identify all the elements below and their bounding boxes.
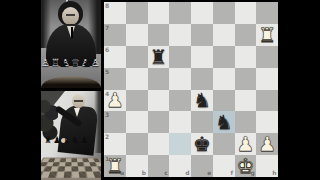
square-a7[interactable]: 7: [104, 24, 126, 46]
square-c2[interactable]: [148, 133, 170, 155]
square-d1[interactable]: d: [169, 155, 191, 177]
square-d8[interactable]: [169, 2, 191, 24]
square-c3[interactable]: [148, 111, 170, 133]
piece-black-knight-f3[interactable]: ♞: [213, 111, 235, 133]
square-h3[interactable]: [256, 111, 278, 133]
square-d7[interactable]: [169, 24, 191, 46]
file-label-h: h: [272, 170, 276, 176]
piece-white-rook-h7[interactable]: ♜: [256, 24, 278, 46]
piece-black-knight-e4[interactable]: ♞: [191, 90, 213, 112]
square-a3[interactable]: 3: [104, 111, 126, 133]
file-label-c: c: [164, 170, 168, 176]
chessboard: 87♜6♜54♟♞3♞2♚♟♟1a♜bcdefg♚h: [104, 2, 278, 177]
square-c7[interactable]: [148, 24, 170, 46]
square-b4[interactable]: [126, 90, 148, 112]
piece-black-king-e2[interactable]: ♚: [191, 133, 213, 155]
square-f5[interactable]: [213, 68, 235, 90]
square-c5[interactable]: [148, 68, 170, 90]
square-b2[interactable]: [126, 133, 148, 155]
photo-chessboard: [41, 157, 101, 180]
piece-white-pawn-g2[interactable]: ♟: [235, 133, 257, 155]
square-b8[interactable]: [126, 2, 148, 24]
square-a5[interactable]: 5: [104, 68, 126, 90]
square-e3[interactable]: [191, 111, 213, 133]
square-h6[interactable]: [256, 46, 278, 68]
square-d4[interactable]: [169, 90, 191, 112]
player-brow: [66, 14, 75, 16]
file-label-b: b: [142, 170, 146, 176]
player-tie: [71, 27, 74, 38]
square-g1[interactable]: g♚: [235, 155, 257, 177]
square-f3[interactable]: ♞: [213, 111, 235, 133]
square-c6[interactable]: ♜: [148, 46, 170, 68]
player-photo-top: ♙♖♙♕♙♙ ♟♛♟: [41, 0, 101, 88]
file-label-f: f: [230, 170, 233, 176]
square-e6[interactable]: [191, 46, 213, 68]
player-glasses: [74, 100, 83, 102]
square-e4[interactable]: ♞: [191, 90, 213, 112]
file-label-d: d: [185, 170, 189, 176]
square-f8[interactable]: [213, 2, 235, 24]
square-h8[interactable]: [256, 2, 278, 24]
square-a1[interactable]: 1a♜: [104, 155, 126, 177]
square-b3[interactable]: [126, 111, 148, 133]
photo-chess-pieces-silhouette: ♜♟♝♞♟: [44, 135, 100, 145]
square-h4[interactable]: [256, 90, 278, 112]
square-b7[interactable]: [126, 24, 148, 46]
rank-label-8: 8: [105, 3, 109, 9]
rank-label-5: 5: [105, 69, 109, 75]
square-b5[interactable]: [126, 68, 148, 90]
square-g8[interactable]: [235, 2, 257, 24]
square-f1[interactable]: f: [213, 155, 235, 177]
square-f4[interactable]: [213, 90, 235, 112]
photo-chessboard-wrap: [41, 150, 101, 180]
player-face: [62, 7, 79, 25]
square-e2[interactable]: ♚: [191, 133, 213, 155]
square-h1[interactable]: h: [256, 155, 278, 177]
piece-white-pawn-h2[interactable]: ♟: [256, 133, 278, 155]
piece-white-king-g1[interactable]: ♚: [235, 155, 257, 177]
square-g6[interactable]: [235, 46, 257, 68]
square-g2[interactable]: ♟: [235, 133, 257, 155]
square-a6[interactable]: 6: [104, 46, 126, 68]
square-c4[interactable]: [148, 90, 170, 112]
square-h7[interactable]: ♜: [256, 24, 278, 46]
square-g7[interactable]: [235, 24, 257, 46]
player-photo-bottom: ♜♟♝♞♟: [41, 91, 101, 180]
square-e5[interactable]: [191, 68, 213, 90]
square-a4[interactable]: 4♟: [104, 90, 126, 112]
square-e7[interactable]: [191, 24, 213, 46]
square-d3[interactable]: [169, 111, 191, 133]
rank-label-7: 7: [105, 25, 109, 31]
rank-label-6: 6: [105, 47, 109, 53]
file-label-e: e: [207, 170, 211, 176]
square-f7[interactable]: [213, 24, 235, 46]
square-a2[interactable]: 2: [104, 133, 126, 155]
rank-label-3: 3: [105, 112, 109, 118]
photo-chess-pieces-dark: ♟♛♟: [47, 59, 101, 69]
square-g3[interactable]: [235, 111, 257, 133]
square-d6[interactable]: [169, 46, 191, 68]
square-a8[interactable]: 8: [104, 2, 126, 24]
square-e1[interactable]: e: [191, 155, 213, 177]
square-e8[interactable]: [191, 2, 213, 24]
square-b1[interactable]: b: [126, 155, 148, 177]
square-g5[interactable]: [235, 68, 257, 90]
rank-label-2: 2: [105, 134, 109, 140]
square-c1[interactable]: c: [148, 155, 170, 177]
video-thumbnail: { "game": "chess", "board": { "files": […: [0, 0, 320, 180]
square-f6[interactable]: [213, 46, 235, 68]
piece-black-rook-c6[interactable]: ♜: [148, 46, 170, 68]
square-h5[interactable]: [256, 68, 278, 90]
square-b6[interactable]: [126, 46, 148, 68]
piece-white-pawn-a4[interactable]: ♟: [104, 90, 126, 112]
square-d2[interactable]: [169, 133, 191, 155]
square-h2[interactable]: ♟: [256, 133, 278, 155]
piece-white-rook-a1[interactable]: ♜: [104, 155, 126, 177]
square-c8[interactable]: [148, 2, 170, 24]
square-g4[interactable]: [235, 90, 257, 112]
square-d5[interactable]: [169, 68, 191, 90]
square-f2[interactable]: [213, 133, 235, 155]
plant: [41, 98, 58, 140]
